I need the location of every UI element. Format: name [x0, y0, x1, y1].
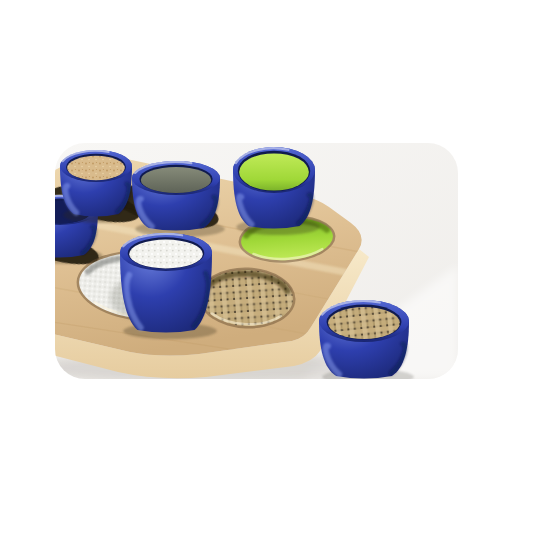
cup-green-felt	[233, 147, 320, 235]
cup-interior-texture	[141, 167, 211, 193]
cup-cork	[60, 150, 137, 223]
cup-interior-texture	[67, 156, 125, 180]
cup-burlap-weave	[319, 300, 414, 385]
cup-interior-texture	[239, 153, 309, 190]
cup-interior-texture	[129, 240, 203, 269]
product-photo-stage: Product photo on a white card: an angled…	[0, 0, 533, 533]
cup-interior-texture	[328, 307, 400, 339]
tactile-matching-board-photo: Product photo on a white card: an angled…	[0, 0, 533, 533]
cup-slate-gray-felt	[132, 161, 225, 237]
